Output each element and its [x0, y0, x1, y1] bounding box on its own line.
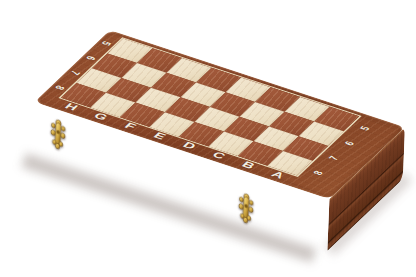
rank-label-right-6: 6 — [339, 138, 360, 149]
brass-clasp-icon — [48, 116, 67, 152]
chess-box-photo: HGFEDCBA56785678 — [0, 0, 416, 277]
brass-clasp-icon — [236, 190, 255, 226]
rank-label-right-5: 5 — [355, 123, 376, 134]
rank-label-right-8: 8 — [308, 167, 329, 178]
rank-label-right-7: 7 — [324, 152, 345, 163]
